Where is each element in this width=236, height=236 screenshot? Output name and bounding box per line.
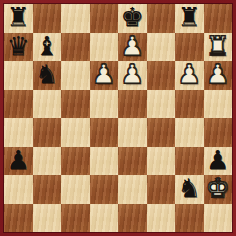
white-king-icon: ♚ [206, 175, 229, 203]
black-knight-icon: ♞ [35, 61, 58, 89]
square-c7[interactable] [61, 33, 90, 62]
square-c5[interactable] [61, 90, 90, 119]
square-e3[interactable] [118, 147, 147, 176]
square-d7[interactable] [90, 33, 119, 62]
square-g4[interactable] [175, 118, 204, 147]
square-e6[interactable]: ♟ [118, 61, 147, 90]
square-f4[interactable] [147, 118, 176, 147]
square-f5[interactable] [147, 90, 176, 119]
square-a3[interactable]: ♟ [4, 147, 33, 176]
black-bishop-icon: ♝ [35, 33, 58, 61]
square-h1[interactable] [204, 204, 233, 233]
square-g7[interactable] [175, 33, 204, 62]
square-e2[interactable] [118, 175, 147, 204]
square-d5[interactable] [90, 90, 119, 119]
square-a7[interactable]: ♛ [4, 33, 33, 62]
square-h4[interactable] [204, 118, 233, 147]
chess-board: ♜♚♜♛♝♟♜♞♟♟♟♟♟♟♞♚ [4, 4, 232, 232]
square-c4[interactable] [61, 118, 90, 147]
black-king-icon: ♚ [121, 4, 144, 32]
board-frame: ♜♚♜♛♝♟♜♞♟♟♟♟♟♟♞♚ [0, 0, 236, 236]
square-h6[interactable]: ♟ [204, 61, 233, 90]
square-h2[interactable]: ♚ [204, 175, 233, 204]
black-queen-icon: ♛ [7, 33, 30, 61]
square-d4[interactable] [90, 118, 119, 147]
square-b5[interactable] [33, 90, 62, 119]
square-c1[interactable] [61, 204, 90, 233]
square-b4[interactable] [33, 118, 62, 147]
black-rook-icon: ♜ [7, 4, 30, 32]
square-b7[interactable]: ♝ [33, 33, 62, 62]
square-a8[interactable]: ♜ [4, 4, 33, 33]
black-rook-icon: ♜ [178, 4, 201, 32]
square-g3[interactable] [175, 147, 204, 176]
square-f8[interactable] [147, 4, 176, 33]
white-rook-icon: ♜ [206, 33, 229, 61]
square-f7[interactable] [147, 33, 176, 62]
square-h7[interactable]: ♜ [204, 33, 233, 62]
square-a2[interactable] [4, 175, 33, 204]
square-e5[interactable] [118, 90, 147, 119]
square-d6[interactable]: ♟ [90, 61, 119, 90]
square-f1[interactable] [147, 204, 176, 233]
square-a5[interactable] [4, 90, 33, 119]
black-pawn-icon: ♟ [206, 147, 229, 175]
square-g8[interactable]: ♜ [175, 4, 204, 33]
square-h3[interactable]: ♟ [204, 147, 233, 176]
white-pawn-icon: ♟ [121, 33, 144, 61]
square-a4[interactable] [4, 118, 33, 147]
square-c2[interactable] [61, 175, 90, 204]
square-c6[interactable] [61, 61, 90, 90]
square-e8[interactable]: ♚ [118, 4, 147, 33]
square-g2[interactable]: ♞ [175, 175, 204, 204]
square-f2[interactable] [147, 175, 176, 204]
square-e1[interactable] [118, 204, 147, 233]
white-pawn-icon: ♟ [121, 61, 144, 89]
square-b6[interactable]: ♞ [33, 61, 62, 90]
square-e4[interactable] [118, 118, 147, 147]
square-d1[interactable] [90, 204, 119, 233]
square-g1[interactable] [175, 204, 204, 233]
square-b1[interactable] [33, 204, 62, 233]
square-f3[interactable] [147, 147, 176, 176]
white-pawn-icon: ♟ [206, 61, 229, 89]
white-pawn-icon: ♟ [92, 61, 115, 89]
square-a1[interactable] [4, 204, 33, 233]
square-h5[interactable] [204, 90, 233, 119]
black-pawn-icon: ♟ [7, 147, 30, 175]
square-g5[interactable] [175, 90, 204, 119]
square-g6[interactable]: ♟ [175, 61, 204, 90]
square-f6[interactable] [147, 61, 176, 90]
black-knight-icon: ♞ [178, 175, 201, 203]
square-d8[interactable] [90, 4, 119, 33]
square-e7[interactable]: ♟ [118, 33, 147, 62]
square-b3[interactable] [33, 147, 62, 176]
square-a6[interactable] [4, 61, 33, 90]
square-d2[interactable] [90, 175, 119, 204]
square-b2[interactable] [33, 175, 62, 204]
square-h8[interactable] [204, 4, 233, 33]
square-c3[interactable] [61, 147, 90, 176]
white-pawn-icon: ♟ [178, 61, 201, 89]
square-c8[interactable] [61, 4, 90, 33]
square-d3[interactable] [90, 147, 119, 176]
square-b8[interactable] [33, 4, 62, 33]
